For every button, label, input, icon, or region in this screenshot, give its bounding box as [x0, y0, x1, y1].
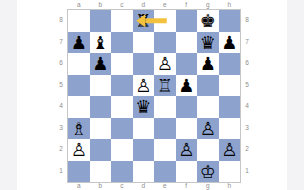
square-h6[interactable] — [219, 53, 241, 75]
white-king-g1[interactable]: ♔ — [200, 161, 216, 183]
white-pawn-e6[interactable]: ♙ — [157, 53, 173, 75]
file-label-d: d — [133, 0, 155, 9]
square-b3[interactable] — [90, 118, 112, 140]
square-c7[interactable] — [111, 32, 133, 54]
square-c4[interactable] — [111, 96, 133, 118]
square-a2[interactable]: ♙ — [68, 139, 90, 161]
file-label-c: c — [111, 181, 133, 190]
rank-label-2: 2 — [57, 138, 65, 160]
white-pawn-g3[interactable]: ♙ — [200, 118, 216, 140]
square-g8[interactable]: ♚ — [197, 10, 219, 32]
rank-label-8: 8 — [57, 9, 65, 31]
white-bishop-a3[interactable]: ♗ — [71, 118, 87, 140]
rank-label-7: 7 — [57, 31, 65, 53]
square-f1[interactable] — [176, 161, 198, 183]
file-label-a: a — [68, 181, 90, 190]
square-a7[interactable]: ♟ — [68, 32, 90, 54]
square-d7[interactable] — [133, 32, 155, 54]
square-e2[interactable] — [154, 139, 176, 161]
square-a3[interactable]: ♗ — [68, 118, 90, 140]
square-h8[interactable] — [219, 10, 241, 32]
rank-label-2: 2 — [243, 138, 251, 160]
square-g4[interactable] — [197, 96, 219, 118]
square-e7[interactable] — [154, 32, 176, 54]
square-b5[interactable] — [90, 75, 112, 97]
rank-label-8: 8 — [243, 9, 251, 31]
file-label-g: g — [197, 0, 219, 9]
file-label-e: e — [154, 0, 176, 9]
black-pawn-h7[interactable]: ♟ — [221, 32, 237, 54]
white-pawn-a2[interactable]: ♙ — [71, 139, 87, 161]
square-g5[interactable] — [197, 75, 219, 97]
square-c2[interactable] — [111, 139, 133, 161]
black-pawn-b6[interactable]: ♟ — [92, 53, 108, 75]
square-a1[interactable] — [68, 161, 90, 183]
file-label-b: b — [90, 0, 112, 9]
square-d1[interactable] — [133, 161, 155, 183]
file-labels-top: abcdefgh — [67, 0, 241, 9]
square-e1[interactable] — [154, 161, 176, 183]
square-g3[interactable]: ♙ — [197, 118, 219, 140]
square-b2[interactable] — [90, 139, 112, 161]
video-edge-left — [0, 0, 17, 190]
rank-label-1: 1 — [57, 160, 65, 182]
square-e4[interactable] — [154, 96, 176, 118]
video-edge-right — [287, 0, 304, 190]
rank-label-3: 3 — [243, 117, 251, 139]
square-d6[interactable] — [133, 53, 155, 75]
chess-diagram: abcdefgh 87654321 ♜♚♟♝♛♟♟♙♟♙♖♟♛♗♙♙♙♙♔ 87… — [48, 0, 256, 190]
black-rook-d8[interactable]: ♜ — [135, 10, 151, 32]
black-pawn-a7[interactable]: ♟ — [71, 32, 87, 54]
square-g2[interactable] — [197, 139, 219, 161]
black-king-g8[interactable]: ♚ — [200, 10, 216, 32]
square-b6[interactable]: ♟ — [90, 53, 112, 75]
square-g6[interactable]: ♟ — [197, 53, 219, 75]
file-label-e: e — [154, 181, 176, 190]
square-f6[interactable] — [176, 53, 198, 75]
rank-label-1: 1 — [243, 160, 251, 182]
white-pawn-f2[interactable]: ♙ — [178, 139, 194, 161]
rank-label-4: 4 — [57, 95, 65, 117]
rank-label-7: 7 — [243, 31, 251, 53]
square-h3[interactable] — [219, 118, 241, 140]
square-e8[interactable] — [154, 10, 176, 32]
black-pawn-g6[interactable]: ♟ — [200, 53, 216, 75]
white-pawn-d5[interactable]: ♙ — [135, 75, 151, 97]
square-b4[interactable] — [90, 96, 112, 118]
square-d2[interactable] — [133, 139, 155, 161]
file-label-g: g — [197, 181, 219, 190]
square-h7[interactable]: ♟ — [219, 32, 241, 54]
rank-label-6: 6 — [57, 52, 65, 74]
square-f5[interactable]: ♟ — [176, 75, 198, 97]
square-b1[interactable] — [90, 161, 112, 183]
square-h4[interactable] — [219, 96, 241, 118]
square-h2[interactable]: ♙ — [219, 139, 241, 161]
square-g1[interactable]: ♔ — [197, 161, 219, 183]
square-a5[interactable] — [68, 75, 90, 97]
square-e6[interactable]: ♙ — [154, 53, 176, 75]
square-a8[interactable] — [68, 10, 90, 32]
file-label-b: b — [90, 181, 112, 190]
file-labels-bottom: abcdefgh — [67, 181, 241, 190]
square-a4[interactable] — [68, 96, 90, 118]
square-e5[interactable]: ♖ — [154, 75, 176, 97]
file-label-f: f — [176, 0, 198, 9]
white-pawn-h2[interactable]: ♙ — [221, 139, 237, 161]
white-rook-e5[interactable]: ♖ — [157, 75, 173, 97]
rank-label-4: 4 — [243, 95, 251, 117]
square-c6[interactable] — [111, 53, 133, 75]
square-b8[interactable] — [90, 10, 112, 32]
square-e3[interactable] — [154, 118, 176, 140]
video-frame: abcdefgh 87654321 ♜♚♟♝♛♟♟♙♟♙♖♟♛♗♙♙♙♙♔ 87… — [0, 0, 304, 190]
file-label-d: d — [133, 181, 155, 190]
square-h1[interactable] — [219, 161, 241, 183]
square-d8[interactable]: ♜ — [133, 10, 155, 32]
square-a6[interactable] — [68, 53, 90, 75]
chess-board[interactable]: ♜♚♟♝♛♟♟♙♟♙♖♟♛♗♙♙♙♙♔ — [67, 9, 241, 183]
square-d3[interactable] — [133, 118, 155, 140]
file-label-a: a — [68, 0, 90, 9]
square-d4[interactable]: ♛ — [133, 96, 155, 118]
square-f3[interactable] — [176, 118, 198, 140]
file-label-f: f — [176, 181, 198, 190]
file-label-h: h — [219, 181, 241, 190]
square-g7[interactable]: ♛ — [197, 32, 219, 54]
rank-label-3: 3 — [57, 117, 65, 139]
black-pawn-f5[interactable]: ♟ — [178, 75, 194, 97]
square-f8[interactable] — [176, 10, 198, 32]
file-label-c: c — [111, 0, 133, 9]
square-f7[interactable] — [176, 32, 198, 54]
black-bishop-b7[interactable]: ♝ — [92, 32, 108, 54]
square-b7[interactable]: ♝ — [90, 32, 112, 54]
rank-labels-left: 87654321 — [57, 9, 65, 183]
file-label-h: h — [219, 0, 241, 9]
rank-label-6: 6 — [243, 52, 251, 74]
rank-label-5: 5 — [243, 74, 251, 96]
black-queen-g7[interactable]: ♛ — [200, 32, 216, 54]
square-c3[interactable] — [111, 118, 133, 140]
square-f2[interactable]: ♙ — [176, 139, 198, 161]
square-h5[interactable] — [219, 75, 241, 97]
black-queen-d4[interactable]: ♛ — [135, 96, 151, 118]
square-c1[interactable] — [111, 161, 133, 183]
square-c5[interactable] — [111, 75, 133, 97]
square-f4[interactable] — [176, 96, 198, 118]
rank-label-5: 5 — [57, 74, 65, 96]
square-d5[interactable]: ♙ — [133, 75, 155, 97]
rank-labels-right: 87654321 — [243, 9, 251, 183]
square-c8[interactable] — [111, 10, 133, 32]
